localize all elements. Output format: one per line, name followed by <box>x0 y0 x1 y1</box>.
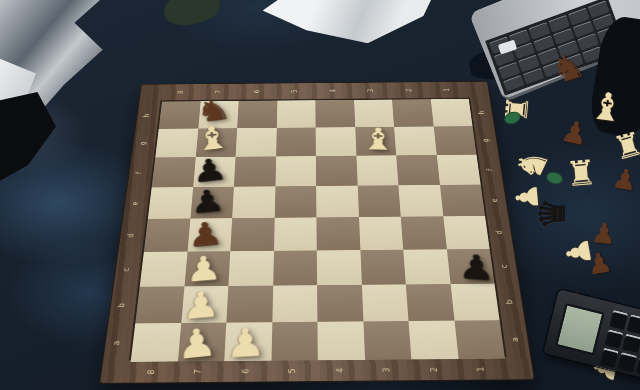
piece-black-pawn-e7[interactable]: ♟ <box>185 184 229 219</box>
coord-bottom-3: 3 <box>383 365 393 374</box>
coord-right-c: c <box>501 262 511 270</box>
coord-left-f: f <box>136 169 145 176</box>
captured-piece-7: ♟ <box>610 164 640 196</box>
black-object-left <box>0 92 56 188</box>
coord-left-c: c <box>123 265 133 273</box>
coord-bottom-6: 6 <box>242 367 252 376</box>
square-f4[interactable] <box>316 156 357 186</box>
coord-right-d: d <box>496 228 506 236</box>
coord-bottom-8: 8 <box>147 367 158 376</box>
square-e1[interactable] <box>440 185 486 217</box>
coord-left-g: g <box>140 140 149 147</box>
square-g4[interactable] <box>316 127 356 156</box>
square-f6[interactable] <box>234 156 276 186</box>
square-f5[interactable] <box>275 156 316 186</box>
coord-top-2: 2 <box>406 87 415 93</box>
piece-black-pawn-c1[interactable]: ♟ <box>454 249 499 286</box>
square-h4[interactable] <box>315 100 354 128</box>
square-g6[interactable] <box>236 128 277 157</box>
coord-top-1: 1 <box>444 87 453 93</box>
square-a3[interactable] <box>363 321 411 360</box>
square-a4[interactable] <box>317 321 364 360</box>
chessboard: 88hh77gg66ff55ee44dd33cc22bb11aa ♞♝♟♟♟♟♟… <box>99 81 535 384</box>
square-h5[interactable] <box>276 100 315 128</box>
crumpled-paper-top <box>262 0 443 49</box>
square-h1[interactable] <box>430 99 472 127</box>
green-felt-base <box>545 170 565 186</box>
square-g2[interactable] <box>394 126 436 155</box>
square-e3[interactable] <box>357 185 400 217</box>
coord-top-5: 5 <box>292 88 300 94</box>
square-e5[interactable] <box>274 186 316 218</box>
square-g5[interactable] <box>276 128 316 157</box>
square-b1[interactable] <box>450 284 499 321</box>
square-c3[interactable] <box>360 250 406 285</box>
coord-bottom-4: 4 <box>336 366 346 375</box>
coord-left-e: e <box>132 199 142 206</box>
square-a2[interactable] <box>409 321 459 360</box>
square-d6[interactable] <box>230 218 274 251</box>
captured-piece-4: ♜ <box>610 127 640 165</box>
square-b6[interactable] <box>226 286 272 323</box>
square-c2[interactable] <box>403 249 450 284</box>
coord-bottom-7: 7 <box>195 367 206 376</box>
square-b8[interactable] <box>135 286 184 323</box>
square-a1[interactable] <box>454 320 505 359</box>
square-d3[interactable] <box>359 217 404 250</box>
coord-right-h: h <box>478 109 487 115</box>
square-e2[interactable] <box>398 185 442 217</box>
captured-piece-12: ♟ <box>585 248 615 280</box>
square-a5[interactable] <box>271 322 318 361</box>
coord-left-a: a <box>113 338 124 347</box>
calculator-display <box>555 303 604 355</box>
square-b3[interactable] <box>361 284 408 321</box>
square-g1[interactable] <box>433 126 476 155</box>
square-f2[interactable] <box>396 155 439 185</box>
square-h6[interactable] <box>237 101 277 129</box>
coord-left-b: b <box>118 301 129 310</box>
square-h2[interactable] <box>392 99 433 127</box>
square-d5[interactable] <box>274 217 317 250</box>
square-e4[interactable] <box>316 186 358 218</box>
coord-right-b: b <box>506 297 517 306</box>
captured-piece-2: ♝ <box>588 86 627 128</box>
piece-white-pawn-a7[interactable]: ♟ <box>173 322 221 366</box>
coord-bottom-2: 2 <box>430 365 441 374</box>
captured-piece-9: ♛ <box>534 198 570 230</box>
coord-left-d: d <box>127 231 137 239</box>
coord-top-3: 3 <box>368 87 376 93</box>
piece-white-pawn-a6[interactable]: ♟ <box>222 322 269 364</box>
coord-right-f: f <box>487 166 497 173</box>
square-d2[interactable] <box>401 216 447 249</box>
coord-top-4: 4 <box>330 88 338 94</box>
square-c4[interactable] <box>317 250 362 285</box>
square-e6[interactable] <box>232 186 275 218</box>
piece-white-bishop-g7[interactable]: ♝ <box>191 121 234 157</box>
square-b2[interactable] <box>406 284 454 321</box>
captured-piece-3: ♟ <box>558 116 591 151</box>
square-d4[interactable] <box>316 217 360 250</box>
square-b4[interactable] <box>317 285 363 322</box>
coord-top-6: 6 <box>254 88 262 94</box>
square-f1[interactable] <box>436 155 480 185</box>
captured-piece-6: ♜ <box>565 155 598 192</box>
piece-white-bishop-g3[interactable]: ♝ <box>357 123 397 154</box>
square-c8[interactable] <box>140 252 187 287</box>
coord-top-8: 8 <box>178 89 187 95</box>
coord-bottom-5: 5 <box>289 366 299 375</box>
square-c6[interactable] <box>228 251 273 286</box>
square-f3[interactable] <box>356 155 398 185</box>
coord-right-g: g <box>482 137 491 144</box>
coord-left-h: h <box>144 112 153 118</box>
scene: 88hh77gg66ff55ee44dd33cc22bb11aa ♞♝♟♟♟♟♟… <box>0 0 640 390</box>
coord-right-e: e <box>491 196 501 203</box>
square-b5[interactable] <box>272 285 318 322</box>
green-bag-top <box>161 0 222 29</box>
square-c5[interactable] <box>273 250 317 285</box>
square-d1[interactable] <box>443 216 490 249</box>
coord-right-a: a <box>511 335 522 344</box>
coord-bottom-1: 1 <box>477 365 488 374</box>
